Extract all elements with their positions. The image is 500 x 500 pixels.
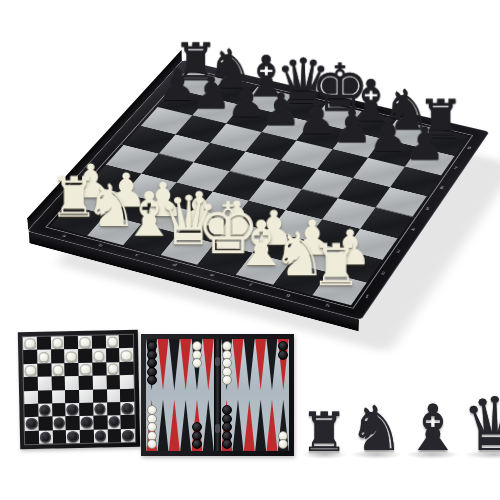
black-checker: [39, 405, 50, 416]
checkers-square: [52, 417, 66, 431]
checkers-square: [106, 389, 120, 403]
backgammon-left-half: [146, 339, 214, 451]
white-checker: [25, 365, 36, 376]
checkers-square: [23, 364, 37, 378]
checkers-square: [106, 349, 120, 363]
checkers-square: [39, 430, 53, 444]
black-checker: [122, 430, 133, 441]
black-pawn: ♟: [403, 121, 447, 167]
checkers-square: [92, 362, 106, 376]
checkers-square: [25, 430, 39, 444]
white-checker: [80, 364, 91, 375]
checkers-grid: [23, 335, 135, 444]
white-checker: [52, 338, 63, 349]
black-backgammon-checker: [192, 439, 202, 449]
backgammon-red-point: [180, 339, 191, 391]
backgammon-hinge: [214, 339, 221, 451]
black-checker: [108, 417, 119, 428]
white-checker: [79, 337, 90, 348]
checkers-square: [25, 417, 39, 431]
checkers-square: [106, 362, 120, 376]
black-checker: [81, 417, 92, 428]
checkers-board: [18, 330, 140, 449]
white-checker: [93, 350, 104, 361]
checkers-square: [66, 403, 80, 417]
checkers-square: [64, 349, 78, 363]
checkers-square: [121, 402, 135, 416]
backgammon-red-point: [266, 399, 277, 451]
checkers-square: [65, 390, 79, 404]
backgammon-dark-point: [232, 399, 243, 451]
white-checker-stack: [192, 341, 202, 367]
checkers-square: [24, 377, 38, 391]
checkers-square: [121, 415, 135, 429]
checkers-square: [65, 376, 79, 390]
backgammon-red-point: [157, 339, 168, 391]
checkers-square: [64, 336, 78, 350]
checkers-square: [51, 363, 65, 377]
checkers-square: [66, 430, 80, 444]
checkers-square: [121, 428, 135, 442]
backgammon-red-point: [244, 399, 255, 451]
white-checker: [121, 349, 132, 360]
white-backgammon-checker: [147, 439, 157, 449]
black-checker-stack: [278, 341, 288, 358]
checkers-square: [23, 350, 37, 364]
checkers-square: [24, 404, 38, 418]
checkers-square: [79, 403, 93, 417]
black-checker-stack: [147, 341, 157, 384]
checkers-square: [37, 377, 51, 391]
black-checker: [26, 418, 37, 429]
checkers-square: [79, 389, 93, 403]
checkers-square: [119, 348, 133, 362]
checkers-square: [92, 376, 106, 390]
checkers-square: [93, 402, 107, 416]
backgammon-red-point: [232, 339, 243, 391]
checkers-square: [107, 402, 121, 416]
black-rook-display: ♜: [300, 411, 348, 454]
checkers-square: [80, 429, 94, 443]
backgammon-dark-point: [157, 399, 168, 451]
black-bishop-display: ♝: [404, 403, 461, 454]
checkers-square: [38, 390, 52, 404]
black-checker-stack: [222, 407, 232, 450]
black-checker: [53, 418, 64, 429]
product-photo: ♜♞♝♛♚♝♞♜♟♟♟♟♟♟♟♟♟♟♟♟♟♟♟♟♜♞♝♛♚♝♞♜ abcdefg…: [0, 0, 500, 500]
checkers-square: [37, 363, 51, 377]
white-checker: [107, 336, 118, 347]
white-checker-stack: [222, 341, 232, 384]
checkers-square: [50, 336, 64, 350]
checkers-square: [93, 389, 107, 403]
backgammon-right-half: [221, 339, 289, 451]
black-checker: [40, 431, 51, 442]
checkers-square: [24, 390, 38, 404]
backgammon-dark-point: [255, 399, 266, 451]
checkers-square: [78, 349, 92, 363]
checkers-square: [93, 416, 107, 430]
checkers-square: [51, 376, 65, 390]
backgammon-board: [141, 334, 294, 456]
white-backgammon-checker: [192, 358, 202, 368]
black-checker: [67, 404, 78, 415]
checkers-square: [65, 363, 79, 377]
chess-grid: ♜♞♝♛♚♝♞♜♟♟♟♟♟♟♟♟♟♟♟♟♟♟♟♟♜♞♝♛♚♝♞♜: [51, 71, 469, 305]
black-checker-stack: [192, 424, 202, 450]
white-backgammon-checker: [222, 375, 232, 385]
chess-board: ♜♞♝♛♚♝♞♜♟♟♟♟♟♟♟♟♟♟♟♟♟♟♟♟♜♞♝♛♚♝♞♜ abcdefg…: [27, 60, 489, 320]
backgammon-dark-point: [169, 339, 180, 391]
checkers-square: [52, 403, 66, 417]
black-backgammon-checker: [222, 439, 232, 449]
checkers-square: [105, 335, 119, 349]
white-checker: [107, 363, 118, 374]
white-backgammon-checker: [278, 439, 288, 449]
white-checker: [38, 351, 49, 362]
checkers-square: [120, 375, 134, 389]
white-rook: ♜: [311, 237, 358, 295]
checkers-square: [78, 336, 92, 350]
black-queen-display: ♛: [461, 395, 500, 454]
backgammon-dark-point: [244, 339, 255, 391]
checkers-square: [38, 403, 52, 417]
checkers-square: [107, 415, 121, 429]
backgammon-dark-point: [266, 339, 277, 391]
checkers-square: [120, 388, 134, 402]
checkers-square: [79, 376, 93, 390]
backgammon-dark-point: [180, 399, 191, 451]
checkers-square: [119, 335, 133, 349]
backgammon-dark-point: [203, 399, 214, 451]
black-knight-display: ♞: [348, 404, 404, 454]
checkers-square: [80, 416, 94, 430]
black-checker: [94, 404, 105, 415]
black-checker: [122, 403, 133, 414]
white-checker-stack: [147, 407, 157, 450]
checkers-square: [106, 375, 120, 389]
checkers-square: [51, 350, 65, 364]
checkers-square: [66, 416, 80, 430]
checkers-square: [23, 337, 37, 351]
checkers-square: [78, 362, 92, 376]
checkers-square: [38, 417, 52, 431]
white-checker-stack: [278, 432, 288, 449]
checkers-square: [37, 337, 51, 351]
white-checker: [66, 351, 77, 362]
backgammon-red-point: [203, 339, 214, 391]
black-checker: [67, 431, 78, 442]
black-checker: [95, 430, 106, 441]
backgammon-red-point: [169, 399, 180, 451]
checkers-square: [52, 390, 66, 404]
backgammon-red-point: [255, 339, 266, 391]
white-checker: [24, 338, 35, 349]
white-checker: [52, 364, 63, 375]
checkers-square: [94, 429, 108, 443]
checkers-square: [37, 350, 51, 364]
checkers-square: [92, 349, 106, 363]
checkers-square: [52, 430, 66, 444]
checkers-square: [107, 429, 121, 443]
checkers-square: [120, 362, 134, 376]
black-pieces-lineup: ♜♞♝♛♚: [300, 366, 486, 454]
black-backgammon-checker: [278, 350, 288, 360]
checkers-square: [92, 335, 106, 349]
black-backgammon-checker: [147, 375, 157, 385]
